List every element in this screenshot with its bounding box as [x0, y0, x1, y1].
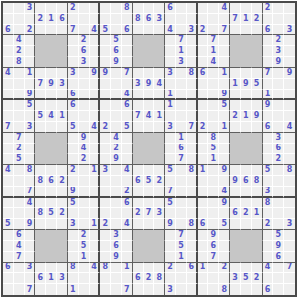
- empty-cell-r10c18[interactable]: [187, 100, 198, 111]
- empty-cell-r21c8[interactable]: [79, 219, 90, 230]
- empty-cell-r3c6[interactable]: [57, 25, 68, 36]
- empty-cell-r16c20[interactable]: [208, 165, 219, 176]
- empty-cell-r23c12[interactable]: [122, 241, 133, 252]
- empty-cell-r10c15[interactable]: [154, 100, 165, 111]
- empty-cell-r3c17[interactable]: [176, 25, 187, 36]
- empty-cell-r22c7[interactable]: [68, 230, 79, 241]
- empty-cell-r17c27[interactable]: [284, 176, 295, 187]
- empty-cell-r25c20[interactable]: [208, 263, 219, 274]
- empty-cell-r1c19[interactable]: [198, 3, 209, 14]
- empty-cell-r7c17[interactable]: [176, 68, 187, 79]
- empty-cell-r21c11[interactable]: [111, 219, 122, 230]
- empty-cell-r11c25[interactable]: [263, 111, 274, 122]
- empty-cell-r1c20[interactable]: [208, 3, 219, 14]
- empty-cell-r18c27[interactable]: [284, 187, 295, 198]
- empty-cell-r27c22[interactable]: [230, 284, 241, 295]
- empty-cell-r17c3[interactable]: [25, 176, 36, 187]
- empty-cell-r18c20[interactable]: [208, 187, 219, 198]
- empty-cell-r21c5[interactable]: [46, 219, 57, 230]
- empty-cell-r3c8[interactable]: [79, 25, 90, 36]
- empty-cell-r1c4[interactable]: [35, 3, 46, 14]
- empty-cell-r16c15[interactable]: [154, 165, 165, 176]
- empty-cell-r13c3[interactable]: [25, 133, 36, 144]
- empty-cell-r9c10[interactable]: [100, 90, 111, 101]
- empty-cell-r18c9[interactable]: [90, 187, 101, 198]
- empty-cell-r16c22[interactable]: [230, 165, 241, 176]
- empty-cell-r6c10[interactable]: [100, 57, 111, 68]
- empty-cell-r8c25[interactable]: [263, 79, 274, 90]
- empty-cell-r4c3[interactable]: [25, 35, 36, 46]
- empty-cell-r10c14[interactable]: [144, 100, 155, 111]
- empty-cell-r27c14[interactable]: [144, 284, 155, 295]
- empty-cell-r20c26[interactable]: [273, 208, 284, 219]
- empty-cell-r1c26[interactable]: [273, 3, 284, 14]
- empty-cell-r9c1[interactable]: [3, 90, 14, 101]
- empty-cell-r9c19[interactable]: [198, 90, 209, 101]
- empty-cell-r26c2[interactable]: [14, 273, 25, 284]
- empty-cell-r12c20[interactable]: [208, 122, 219, 133]
- empty-cell-r10c5[interactable]: [46, 100, 57, 111]
- empty-cell-r13c9[interactable]: [90, 133, 101, 144]
- empty-cell-r27c19[interactable]: [198, 284, 209, 295]
- empty-cell-r12c8[interactable]: [79, 122, 90, 133]
- empty-cell-r8c27[interactable]: [284, 79, 295, 90]
- empty-cell-r17c12[interactable]: [122, 176, 133, 187]
- empty-cell-r17c21[interactable]: [219, 176, 230, 187]
- empty-cell-r2c16[interactable]: [165, 14, 176, 25]
- empty-cell-r3c2[interactable]: [14, 25, 25, 36]
- empty-cell-r13c7[interactable]: [68, 133, 79, 144]
- empty-cell-r9c9[interactable]: [90, 90, 101, 101]
- empty-cell-r7c11[interactable]: [111, 68, 122, 79]
- empty-cell-r26c7[interactable]: [68, 273, 79, 284]
- empty-cell-r12c15[interactable]: [154, 122, 165, 133]
- empty-cell-r9c23[interactable]: [241, 90, 252, 101]
- empty-cell-r10c27[interactable]: [284, 100, 295, 111]
- empty-cell-r1c27[interactable]: [284, 3, 295, 14]
- empty-cell-r7c13[interactable]: [133, 68, 144, 79]
- empty-cell-r20c17[interactable]: [176, 208, 187, 219]
- empty-cell-r3c23[interactable]: [241, 25, 252, 36]
- empty-cell-r8c20[interactable]: [208, 79, 219, 90]
- empty-cell-r9c20[interactable]: [208, 90, 219, 101]
- empty-cell-r27c27[interactable]: [284, 284, 295, 295]
- empty-cell-r11c8[interactable]: [79, 111, 90, 122]
- empty-cell-r1c9[interactable]: [90, 3, 101, 14]
- empty-cell-r4c25[interactable]: [263, 35, 274, 46]
- empty-cell-r18c8[interactable]: [79, 187, 90, 198]
- empty-cell-r25c11[interactable]: [111, 263, 122, 274]
- empty-cell-r8c10[interactable]: [100, 79, 111, 90]
- empty-cell-r15c25[interactable]: [263, 154, 274, 165]
- empty-cell-r19c2[interactable]: [14, 198, 25, 209]
- empty-cell-r27c18[interactable]: [187, 284, 198, 295]
- empty-cell-r22c16[interactable]: [165, 230, 176, 241]
- empty-cell-r17c20[interactable]: [208, 176, 219, 187]
- empty-cell-r19c22[interactable]: [230, 198, 241, 209]
- empty-cell-r2c7[interactable]: [68, 14, 79, 25]
- empty-cell-r19c17[interactable]: [176, 198, 187, 209]
- empty-cell-r12c22[interactable]: [230, 122, 241, 133]
- empty-cell-r8c1[interactable]: [3, 79, 14, 90]
- empty-cell-r5c27[interactable]: [284, 46, 295, 57]
- empty-cell-r2c25[interactable]: [263, 14, 274, 25]
- empty-cell-r22c1[interactable]: [3, 230, 14, 241]
- empty-cell-r27c10[interactable]: [100, 284, 111, 295]
- empty-cell-r23c16[interactable]: [165, 241, 176, 252]
- empty-cell-r17c25[interactable]: [263, 176, 274, 187]
- empty-cell-r26c8[interactable]: [79, 273, 90, 284]
- empty-cell-r26c18[interactable]: [187, 273, 198, 284]
- empty-cell-r4c1[interactable]: [3, 35, 14, 46]
- empty-cell-r6c9[interactable]: [90, 57, 101, 68]
- empty-cell-r12c23[interactable]: [241, 122, 252, 133]
- empty-cell-r16c14[interactable]: [144, 165, 155, 176]
- empty-cell-r27c1[interactable]: [3, 284, 14, 295]
- empty-cell-r9c17[interactable]: [176, 90, 187, 101]
- empty-cell-r9c13[interactable]: [133, 90, 144, 101]
- empty-cell-r11c11[interactable]: [111, 111, 122, 122]
- empty-cell-r2c3[interactable]: [25, 14, 36, 25]
- empty-cell-r18c14[interactable]: [144, 187, 155, 198]
- empty-cell-r9c18[interactable]: [187, 90, 198, 101]
- empty-cell-r27c11[interactable]: [111, 284, 122, 295]
- empty-cell-r17c11[interactable]: [111, 176, 122, 187]
- empty-cell-r21c24[interactable]: [252, 219, 263, 230]
- empty-cell-r8c11[interactable]: [111, 79, 122, 90]
- empty-cell-r17c18[interactable]: [187, 176, 198, 187]
- empty-cell-r11c17[interactable]: [176, 111, 187, 122]
- empty-cell-r9c27[interactable]: [284, 90, 295, 101]
- empty-cell-r10c23[interactable]: [241, 100, 252, 111]
- empty-cell-r16c5[interactable]: [46, 165, 57, 176]
- empty-cell-r23c21[interactable]: [219, 241, 230, 252]
- empty-cell-r19c19[interactable]: [198, 198, 209, 209]
- empty-cell-r4c18[interactable]: [187, 35, 198, 46]
- empty-cell-r19c6[interactable]: [57, 198, 68, 209]
- empty-cell-r14c21[interactable]: [219, 144, 230, 155]
- empty-cell-r5c7[interactable]: [68, 46, 79, 57]
- empty-cell-r17c8[interactable]: [79, 176, 90, 187]
- empty-cell-r24c25[interactable]: [263, 252, 274, 263]
- empty-cell-r1c23[interactable]: [241, 3, 252, 14]
- empty-cell-r18c19[interactable]: [198, 187, 209, 198]
- empty-cell-r26c19[interactable]: [198, 273, 209, 284]
- empty-cell-r16c24[interactable]: [252, 165, 263, 176]
- empty-cell-r8c12[interactable]: [122, 79, 133, 90]
- empty-cell-r5c25[interactable]: [263, 46, 274, 57]
- empty-cell-r6c27[interactable]: [284, 57, 295, 68]
- empty-cell-r23c19[interactable]: [198, 241, 209, 252]
- empty-cell-r26c17[interactable]: [176, 273, 187, 284]
- empty-cell-r14c3[interactable]: [25, 144, 36, 155]
- empty-cell-r26c10[interactable]: [100, 273, 111, 284]
- empty-cell-r19c24[interactable]: [252, 198, 263, 209]
- empty-cell-r25c13[interactable]: [133, 263, 144, 274]
- empty-cell-r24c10[interactable]: [100, 252, 111, 263]
- empty-cell-r19c4[interactable]: [35, 198, 46, 209]
- empty-cell-r4c10[interactable]: [100, 35, 111, 46]
- empty-cell-r25c14[interactable]: [144, 263, 155, 274]
- empty-cell-r27c2[interactable]: [14, 284, 25, 295]
- empty-cell-r2c1[interactable]: [3, 14, 14, 25]
- empty-cell-r15c9[interactable]: [90, 154, 101, 165]
- empty-cell-r19c23[interactable]: [241, 198, 252, 209]
- empty-cell-r23c9[interactable]: [90, 241, 101, 252]
- empty-cell-r19c11[interactable]: [111, 198, 122, 209]
- empty-cell-r18c2[interactable]: [14, 187, 25, 198]
- empty-cell-r7c4[interactable]: [35, 68, 46, 79]
- empty-cell-r12c13[interactable]: [133, 122, 144, 133]
- empty-cell-r18c5[interactable]: [46, 187, 57, 198]
- empty-cell-r10c19[interactable]: [198, 100, 209, 111]
- empty-cell-r19c1[interactable]: [3, 198, 14, 209]
- empty-cell-r20c2[interactable]: [14, 208, 25, 219]
- empty-cell-r23c3[interactable]: [25, 241, 36, 252]
- empty-cell-r20c1[interactable]: [3, 208, 14, 219]
- empty-cell-r6c18[interactable]: [187, 57, 198, 68]
- empty-cell-r9c24[interactable]: [252, 90, 263, 101]
- empty-cell-r16c2[interactable]: [14, 165, 25, 176]
- empty-cell-r16c23[interactable]: [241, 165, 252, 176]
- empty-cell-r3c14[interactable]: [144, 25, 155, 36]
- empty-cell-r27c8[interactable]: [79, 284, 90, 295]
- empty-cell-r10c24[interactable]: [252, 100, 263, 111]
- empty-cell-r19c13[interactable]: [133, 198, 144, 209]
- empty-cell-r3c26[interactable]: [273, 25, 284, 36]
- empty-cell-r13c19[interactable]: [198, 133, 209, 144]
- empty-cell-r2c27[interactable]: [284, 14, 295, 25]
- empty-cell-r1c11[interactable]: [111, 3, 122, 14]
- empty-cell-r8c3[interactable]: [25, 79, 36, 90]
- empty-cell-r13c21[interactable]: [219, 133, 230, 144]
- empty-cell-r10c4[interactable]: [35, 100, 46, 111]
- empty-cell-r20c8[interactable]: [79, 208, 90, 219]
- empty-cell-r18c17[interactable]: [176, 187, 187, 198]
- empty-cell-r14c25[interactable]: [263, 144, 274, 155]
- empty-cell-r8c17[interactable]: [176, 79, 187, 90]
- empty-cell-r16c26[interactable]: [273, 165, 284, 176]
- empty-cell-r16c11[interactable]: [111, 165, 122, 176]
- empty-cell-r2c10[interactable]: [100, 14, 111, 25]
- empty-cell-r1c1[interactable]: [3, 3, 14, 14]
- empty-cell-r11c21[interactable]: [219, 111, 230, 122]
- empty-cell-r11c10[interactable]: [100, 111, 111, 122]
- empty-cell-r2c9[interactable]: [90, 14, 101, 25]
- empty-cell-r15c27[interactable]: [284, 154, 295, 165]
- empty-cell-r23c27[interactable]: [284, 241, 295, 252]
- empty-cell-r14c18[interactable]: [187, 144, 198, 155]
- empty-cell-r20c16[interactable]: [165, 208, 176, 219]
- empty-cell-r21c14[interactable]: [144, 219, 155, 230]
- empty-cell-r18c4[interactable]: [35, 187, 46, 198]
- empty-cell-r3c24[interactable]: [252, 25, 263, 36]
- empty-cell-r21c13[interactable]: [133, 219, 144, 230]
- empty-cell-r15c16[interactable]: [165, 154, 176, 165]
- empty-cell-r15c10[interactable]: [100, 154, 111, 165]
- empty-cell-r5c3[interactable]: [25, 46, 36, 57]
- empty-cell-r1c2[interactable]: [14, 3, 25, 14]
- empty-cell-r27c17[interactable]: [176, 284, 187, 295]
- empty-cell-r11c2[interactable]: [14, 111, 25, 122]
- empty-cell-r27c13[interactable]: [133, 284, 144, 295]
- empty-cell-r20c19[interactable]: [198, 208, 209, 219]
- empty-cell-r27c5[interactable]: [46, 284, 57, 295]
- empty-cell-r21c22[interactable]: [230, 219, 241, 230]
- empty-cell-r10c8[interactable]: [79, 100, 90, 111]
- empty-cell-r18c23[interactable]: [241, 187, 252, 198]
- empty-cell-r21c26[interactable]: [273, 219, 284, 230]
- empty-cell-r12c5[interactable]: [46, 122, 57, 133]
- empty-cell-r19c10[interactable]: [100, 198, 111, 209]
- empty-cell-r6c16[interactable]: [165, 57, 176, 68]
- empty-cell-r26c3[interactable]: [25, 273, 36, 284]
- empty-cell-r25c8[interactable]: [79, 263, 90, 274]
- empty-cell-r7c6[interactable]: [57, 68, 68, 79]
- empty-cell-r17c17[interactable]: [176, 176, 187, 187]
- empty-cell-r14c9[interactable]: [90, 144, 101, 155]
- empty-cell-r18c18[interactable]: [187, 187, 198, 198]
- empty-cell-r2c19[interactable]: [198, 14, 209, 25]
- empty-cell-r22c18[interactable]: [187, 230, 198, 241]
- empty-cell-r1c14[interactable]: [144, 3, 155, 14]
- empty-cell-r24c27[interactable]: [284, 252, 295, 263]
- empty-cell-r24c1[interactable]: [3, 252, 14, 263]
- empty-cell-r19c18[interactable]: [187, 198, 198, 209]
- empty-cell-r10c11[interactable]: [111, 100, 122, 111]
- empty-cell-r12c24[interactable]: [252, 122, 263, 133]
- empty-cell-r21c23[interactable]: [241, 219, 252, 230]
- empty-cell-r13c1[interactable]: [3, 133, 14, 144]
- empty-cell-r17c10[interactable]: [100, 176, 111, 187]
- empty-cell-r11c7[interactable]: [68, 111, 79, 122]
- empty-cell-r20c10[interactable]: [100, 208, 111, 219]
- empty-cell-r10c9[interactable]: [90, 100, 101, 111]
- empty-cell-r19c15[interactable]: [154, 198, 165, 209]
- empty-cell-r11c1[interactable]: [3, 111, 14, 122]
- empty-cell-r2c20[interactable]: [208, 14, 219, 25]
- empty-cell-r1c15[interactable]: [154, 3, 165, 14]
- empty-cell-r25c6[interactable]: [57, 263, 68, 274]
- empty-cell-r2c2[interactable]: [14, 14, 25, 25]
- empty-cell-r24c9[interactable]: [90, 252, 101, 263]
- empty-cell-r20c20[interactable]: [208, 208, 219, 219]
- empty-cell-r8c21[interactable]: [219, 79, 230, 90]
- empty-cell-r27c4[interactable]: [35, 284, 46, 295]
- empty-cell-r24c19[interactable]: [198, 252, 209, 263]
- empty-cell-r14c7[interactable]: [68, 144, 79, 155]
- empty-cell-r7c24[interactable]: [252, 68, 263, 79]
- empty-cell-r15c12[interactable]: [122, 154, 133, 165]
- empty-cell-r19c8[interactable]: [79, 198, 90, 209]
- empty-cell-r1c6[interactable]: [57, 3, 68, 14]
- empty-cell-r18c11[interactable]: [111, 187, 122, 198]
- empty-cell-r5c16[interactable]: [165, 46, 176, 57]
- empty-cell-r5c18[interactable]: [187, 46, 198, 57]
- empty-cell-r5c1[interactable]: [3, 46, 14, 57]
- empty-cell-r2c12[interactable]: [122, 14, 133, 25]
- empty-cell-r15c18[interactable]: [187, 154, 198, 165]
- empty-cell-r18c22[interactable]: [230, 187, 241, 198]
- empty-cell-r18c15[interactable]: [154, 187, 165, 198]
- empty-cell-r24c21[interactable]: [219, 252, 230, 263]
- empty-cell-r23c7[interactable]: [68, 241, 79, 252]
- empty-cell-r5c12[interactable]: [122, 46, 133, 57]
- empty-cell-r10c26[interactable]: [273, 100, 284, 111]
- empty-cell-r8c19[interactable]: [198, 79, 209, 90]
- empty-cell-r19c20[interactable]: [208, 198, 219, 209]
- empty-cell-r6c21[interactable]: [219, 57, 230, 68]
- empty-cell-r15c21[interactable]: [219, 154, 230, 165]
- empty-cell-r10c22[interactable]: [230, 100, 241, 111]
- empty-cell-r17c2[interactable]: [14, 176, 25, 187]
- empty-cell-r25c5[interactable]: [46, 263, 57, 274]
- empty-cell-r9c8[interactable]: [79, 90, 90, 101]
- empty-cell-r17c9[interactable]: [90, 176, 101, 187]
- empty-cell-r21c6[interactable]: [57, 219, 68, 230]
- empty-cell-r12c6[interactable]: [57, 122, 68, 133]
- empty-cell-r2c18[interactable]: [187, 14, 198, 25]
- empty-cell-r6c25[interactable]: [263, 57, 274, 68]
- empty-cell-r20c25[interactable]: [263, 208, 274, 219]
- empty-cell-r15c1[interactable]: [3, 154, 14, 165]
- empty-cell-r27c24[interactable]: [252, 284, 263, 295]
- empty-cell-r22c9[interactable]: [90, 230, 101, 241]
- empty-cell-r26c20[interactable]: [208, 273, 219, 284]
- empty-cell-r1c10[interactable]: [100, 3, 111, 14]
- empty-cell-r14c1[interactable]: [3, 144, 14, 155]
- empty-cell-r11c18[interactable]: [187, 111, 198, 122]
- empty-cell-r11c27[interactable]: [284, 111, 295, 122]
- empty-cell-r19c5[interactable]: [46, 198, 57, 209]
- empty-cell-r24c12[interactable]: [122, 252, 133, 263]
- empty-cell-r22c19[interactable]: [198, 230, 209, 241]
- empty-cell-r21c20[interactable]: [208, 219, 219, 230]
- empty-cell-r25c26[interactable]: [273, 263, 284, 274]
- empty-cell-r18c26[interactable]: [273, 187, 284, 198]
- empty-cell-r21c4[interactable]: [35, 219, 46, 230]
- empty-cell-r5c21[interactable]: [219, 46, 230, 57]
- empty-cell-r19c26[interactable]: [273, 198, 284, 209]
- empty-cell-r1c17[interactable]: [176, 3, 187, 14]
- empty-cell-r1c13[interactable]: [133, 3, 144, 14]
- empty-cell-r14c10[interactable]: [100, 144, 111, 155]
- empty-cell-r12c2[interactable]: [14, 122, 25, 133]
- empty-cell-r8c16[interactable]: [165, 79, 176, 90]
- empty-cell-r22c12[interactable]: [122, 230, 133, 241]
- empty-cell-r26c9[interactable]: [90, 273, 101, 284]
- empty-cell-r13c27[interactable]: [284, 133, 295, 144]
- empty-cell-r10c6[interactable]: [57, 100, 68, 111]
- empty-cell-r26c16[interactable]: [165, 273, 176, 284]
- empty-cell-r1c18[interactable]: [187, 3, 198, 14]
- empty-cell-r3c22[interactable]: [230, 25, 241, 36]
- empty-cell-r10c17[interactable]: [176, 100, 187, 111]
- empty-cell-r3c13[interactable]: [133, 25, 144, 36]
- empty-cell-r4c9[interactable]: [90, 35, 101, 46]
- empty-cell-r22c3[interactable]: [25, 230, 36, 241]
- empty-cell-r8c8[interactable]: [79, 79, 90, 90]
- empty-cell-r2c8[interactable]: [79, 14, 90, 25]
- empty-cell-r3c5[interactable]: [46, 25, 57, 36]
- empty-cell-r27c9[interactable]: [90, 284, 101, 295]
- empty-cell-r19c27[interactable]: [284, 198, 295, 209]
- empty-cell-r9c5[interactable]: [46, 90, 57, 101]
- empty-cell-r27c26[interactable]: [273, 284, 284, 295]
- empty-cell-r16c13[interactable]: [133, 165, 144, 176]
- empty-cell-r27c15[interactable]: [154, 284, 165, 295]
- empty-cell-r11c26[interactable]: [273, 111, 284, 122]
